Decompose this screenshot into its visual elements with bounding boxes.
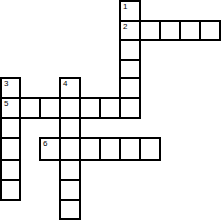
cell-r5c4[interactable] xyxy=(79,97,101,119)
cell-r7c3[interactable] xyxy=(59,137,81,161)
clue-number-4: 4 xyxy=(63,79,67,88)
clue-number-1: 1 xyxy=(123,2,127,11)
cell-r6c3[interactable] xyxy=(59,117,81,139)
cell-r1c7[interactable] xyxy=(139,20,161,41)
cell-r1c9[interactable] xyxy=(179,20,201,41)
cell-r2c6[interactable] xyxy=(119,39,141,61)
cell-r9c0[interactable] xyxy=(0,179,21,201)
cell-r5c6[interactable] xyxy=(119,97,141,119)
cell-r9c3[interactable] xyxy=(59,179,81,201)
clue-number-3: 3 xyxy=(4,79,8,88)
cell-r1c8[interactable] xyxy=(159,20,181,41)
cell-r6c0[interactable] xyxy=(0,117,21,139)
cell-r5c1[interactable] xyxy=(19,97,41,119)
cell-r1c10[interactable] xyxy=(199,20,221,41)
cell-r5c0[interactable]: 5 xyxy=(0,97,21,119)
cell-r7c0[interactable] xyxy=(0,137,21,161)
cell-r7c2[interactable]: 6 xyxy=(39,137,61,161)
clue-number-5: 5 xyxy=(4,99,8,108)
cell-r5c5[interactable] xyxy=(99,97,121,119)
cell-r10c3[interactable] xyxy=(59,199,81,220)
clue-number-2: 2 xyxy=(123,22,127,31)
cell-r7c4[interactable] xyxy=(79,137,101,161)
cell-r1c6[interactable]: 2 xyxy=(119,20,141,41)
cell-r0c6[interactable]: 1 xyxy=(119,0,141,22)
cell-r4c3[interactable]: 4 xyxy=(59,77,81,99)
cell-r5c3[interactable] xyxy=(59,97,81,119)
cell-r7c6[interactable] xyxy=(119,137,141,161)
cell-r3c6[interactable] xyxy=(119,59,141,79)
clue-number-6: 6 xyxy=(43,139,47,148)
cell-r8c3[interactable] xyxy=(59,159,81,181)
cell-r5c2[interactable] xyxy=(39,97,61,119)
cell-r7c5[interactable] xyxy=(99,137,121,161)
crossword-grid: 123456 xyxy=(0,0,221,221)
cell-r4c0[interactable]: 3 xyxy=(0,77,21,99)
cell-r8c0[interactable] xyxy=(0,159,21,181)
cell-r4c6[interactable] xyxy=(119,77,141,99)
cell-r7c7[interactable] xyxy=(139,137,161,161)
